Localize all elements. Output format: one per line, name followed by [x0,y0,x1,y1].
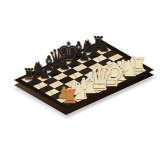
piece-black-pawn-a7[interactable]: ♟ [29,72,41,85]
pieces-layer: ♜♞♝♛♚♝♞♜♟♟♟♟♟♟♟♟♟♟♟♟♟♟♟♟♜♞♝♛♚♝♞♜ [0,0,160,160]
piece-white-rook-a1[interactable]: ♜ [61,87,78,106]
chess-set-photo: ♜♞♝♛♚♝♞♜♟♟♟♟♟♟♟♟♟♟♟♟♟♟♟♟♜♞♝♛♚♝♞♜ [0,0,160,160]
